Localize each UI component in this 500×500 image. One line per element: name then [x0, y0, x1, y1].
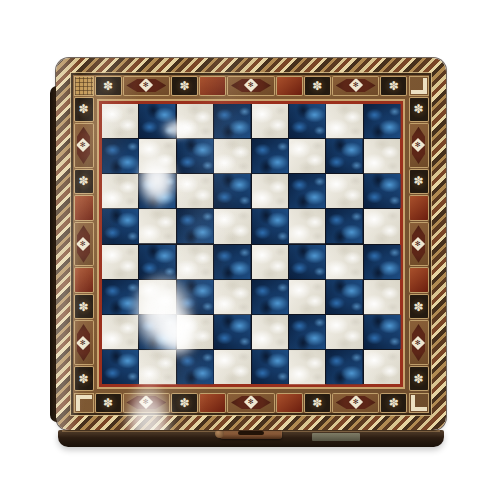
motif-rosette: ✽ [410, 170, 428, 194]
square-d5[interactable] [214, 209, 250, 243]
gem-icon: ✻ [411, 336, 425, 350]
diamond-eye-icon: ✻ [77, 324, 91, 361]
square-f2[interactable] [289, 315, 325, 349]
square-c6[interactable] [177, 174, 213, 208]
chess-board [102, 104, 400, 384]
motif-rosette: ✽ [410, 98, 428, 122]
square-f8[interactable] [289, 104, 325, 138]
motif-red [277, 77, 302, 95]
square-h7[interactable] [364, 139, 400, 173]
motif-diamond: ✻ [333, 394, 378, 412]
square-g7[interactable] [326, 139, 362, 173]
diamond-eye-icon: ✻ [336, 396, 376, 410]
motif-rosette: ✽ [410, 367, 428, 391]
square-g8[interactable] [326, 104, 362, 138]
diamond-eye-icon: ✻ [412, 324, 426, 361]
diamond-eye-icon: ✻ [412, 127, 426, 164]
square-e3[interactable] [252, 280, 288, 314]
board-red-frame [99, 101, 403, 387]
square-b5[interactable] [139, 209, 175, 243]
rosette-icon: ✽ [312, 397, 322, 409]
gem-icon: ✻ [244, 395, 258, 409]
square-f3[interactable] [289, 280, 325, 314]
motif-rosette: ✽ [305, 394, 330, 412]
gem-icon: ✻ [411, 138, 425, 152]
square-h2[interactable] [364, 315, 400, 349]
motif-diamond: ✻ [333, 77, 378, 95]
border-strip-left: ✽✻✽✻✽✻✽ [73, 96, 94, 392]
diamond-eye-icon: ✻ [231, 79, 271, 93]
square-d3[interactable] [214, 280, 250, 314]
motif-diamond: ✻ [228, 77, 273, 95]
square-a1[interactable] [102, 350, 138, 384]
square-f1[interactable] [289, 350, 325, 384]
square-f7[interactable] [289, 139, 325, 173]
corner-motif-bottom-left [75, 394, 93, 412]
square-a8[interactable] [102, 104, 138, 138]
square-b1[interactable] [139, 350, 175, 384]
gem-icon: ✻ [76, 138, 90, 152]
gem-icon: ✻ [76, 336, 90, 350]
square-c4[interactable] [177, 245, 213, 279]
product-photo: ✽✻✽✻✽✻✽ ✽✻✽✻✽✻✽ ✽✻✽✻✽✻✽ ✽✻✽✻✽✻✽ [0, 0, 500, 500]
gem-icon: ✻ [244, 78, 258, 92]
square-d1[interactable] [214, 350, 250, 384]
chess-box-top: ✽✻✽✻✽✻✽ ✽✻✽✻✽✻✽ ✽✻✽✻✽✻✽ ✽✻✽✻✽✻✽ [56, 58, 446, 430]
square-d4[interactable] [214, 245, 250, 279]
square-c7[interactable] [177, 139, 213, 173]
square-a5[interactable] [102, 209, 138, 243]
rosette-icon: ✽ [78, 373, 88, 385]
herringbone-border: ✽✻✽✻✽✻✽ ✽✻✽✻✽✻✽ ✽✻✽✻✽✻✽ ✽✻✽✻✽✻✽ [56, 58, 446, 430]
motif-rosette: ✽ [75, 170, 93, 194]
gem-rosette-icon: ✻ [416, 240, 422, 247]
diamond-eye-icon: ✻ [231, 396, 271, 410]
border-strip-right: ✽✻✽✻✽✻✽ [408, 96, 429, 392]
motif-red [200, 394, 225, 412]
motif-red [277, 394, 302, 412]
motif-red [75, 268, 93, 292]
square-c1[interactable] [177, 350, 213, 384]
rosette-icon: ✽ [78, 175, 88, 187]
gem-icon: ✻ [139, 78, 153, 92]
gem-rosette-icon: ✻ [353, 82, 359, 89]
gem-icon: ✻ [76, 237, 90, 251]
rosette-icon: ✽ [389, 397, 399, 409]
rosette-icon: ✽ [413, 175, 423, 187]
mosaic-border-band: ✽✻✽✻✽✻✽ ✽✻✽✻✽✻✽ ✽✻✽✻✽✻✽ ✽✻✽✻✽✻✽ [71, 73, 431, 415]
corner-motif-bottom-right [410, 394, 428, 412]
square-b8[interactable] [139, 104, 175, 138]
motif-diamond: ✻ [410, 124, 428, 166]
rosette-icon: ✽ [103, 397, 113, 409]
square-c2[interactable] [177, 315, 213, 349]
square-h3[interactable] [364, 280, 400, 314]
hinge-plate [312, 433, 360, 441]
square-e4[interactable] [252, 245, 288, 279]
rosette-icon: ✽ [103, 80, 113, 92]
square-f5[interactable] [289, 209, 325, 243]
square-g1[interactable] [326, 350, 362, 384]
square-a3[interactable] [102, 280, 138, 314]
motif-red [410, 268, 428, 292]
square-e5[interactable] [252, 209, 288, 243]
square-b7[interactable] [139, 139, 175, 173]
motif-rosette: ✽ [172, 394, 197, 412]
motif-rosette: ✽ [381, 77, 406, 95]
motif-rosette: ✽ [305, 77, 330, 95]
square-e1[interactable] [252, 350, 288, 384]
rosette-icon: ✽ [413, 373, 423, 385]
border-strip-bottom: ✽✻✽✻✽✻✽ [94, 392, 408, 413]
square-g2[interactable] [326, 315, 362, 349]
gem-rosette-icon: ✻ [81, 240, 87, 247]
square-g4[interactable] [326, 245, 362, 279]
rosette-icon: ✽ [413, 103, 423, 115]
motif-red [75, 196, 93, 220]
gem-rosette-icon: ✻ [81, 142, 87, 149]
gem-rosette-icon: ✻ [416, 142, 422, 149]
box-front-side [58, 430, 444, 447]
square-h5[interactable] [364, 209, 400, 243]
motif-rosette: ✽ [381, 394, 406, 412]
gem-rosette-icon: ✻ [248, 399, 254, 406]
gem-rosette-icon: ✻ [143, 82, 149, 89]
square-d2[interactable] [214, 315, 250, 349]
square-h6[interactable] [364, 174, 400, 208]
motif-diamond: ✻ [228, 394, 273, 412]
motif-rosette: ✽ [96, 394, 121, 412]
square-e8[interactable] [252, 104, 288, 138]
motif-red [200, 77, 225, 95]
motif-rosette: ✽ [75, 98, 93, 122]
rosette-icon: ✽ [78, 103, 88, 115]
motif-diamond: ✻ [75, 124, 93, 166]
square-c8[interactable] [177, 104, 213, 138]
gem-icon: ✻ [349, 395, 363, 409]
gem-icon: ✻ [139, 395, 153, 409]
square-h8[interactable] [364, 104, 400, 138]
motif-rosette: ✽ [75, 295, 93, 319]
square-b3[interactable] [139, 280, 175, 314]
motif-diamond: ✻ [75, 321, 93, 363]
gem-rosette-icon: ✻ [353, 399, 359, 406]
square-g3[interactable] [326, 280, 362, 314]
gem-rosette-icon: ✻ [81, 339, 87, 346]
rosette-icon: ✽ [389, 80, 399, 92]
rosette-icon: ✽ [180, 80, 190, 92]
square-h4[interactable] [364, 245, 400, 279]
gem-rosette-icon: ✻ [416, 339, 422, 346]
gem-rosette-icon: ✻ [143, 399, 149, 406]
square-b6[interactable] [139, 174, 175, 208]
diamond-eye-icon: ✻ [77, 225, 91, 262]
motif-diamond: ✻ [124, 394, 169, 412]
square-f6[interactable] [289, 174, 325, 208]
corner-l-icon [411, 395, 427, 411]
diamond-eye-icon: ✻ [126, 396, 166, 410]
rosette-icon: ✽ [413, 301, 423, 313]
diamond-eye-icon: ✻ [77, 127, 91, 164]
corner-l-icon [76, 395, 92, 411]
motif-diamond: ✻ [410, 223, 428, 265]
gem-icon: ✻ [411, 237, 425, 251]
square-h1[interactable] [364, 350, 400, 384]
square-d6[interactable] [214, 174, 250, 208]
diamond-eye-icon: ✻ [336, 79, 376, 93]
motif-rosette: ✽ [172, 77, 197, 95]
diamond-eye-icon: ✻ [126, 79, 166, 93]
square-a2[interactable] [102, 315, 138, 349]
corner-motif-top-right [410, 77, 428, 95]
square-c5[interactable] [177, 209, 213, 243]
border-strip-top: ✽✻✽✻✽✻✽ [94, 75, 408, 96]
gem-rosette-icon: ✻ [248, 82, 254, 89]
rosette-icon: ✽ [312, 80, 322, 92]
motif-rosette: ✽ [75, 367, 93, 391]
square-b4[interactable] [139, 245, 175, 279]
rosette-icon: ✽ [180, 397, 190, 409]
square-e6[interactable] [252, 174, 288, 208]
square-c3[interactable] [177, 280, 213, 314]
square-e2[interactable] [252, 315, 288, 349]
square-a6[interactable] [102, 174, 138, 208]
motif-diamond: ✻ [410, 321, 428, 363]
motif-diamond: ✻ [75, 223, 93, 265]
motif-red [410, 196, 428, 220]
corner-l-icon [411, 78, 427, 94]
square-b2[interactable] [139, 315, 175, 349]
square-g6[interactable] [326, 174, 362, 208]
rosette-icon: ✽ [78, 301, 88, 313]
corner-motif-top-left [75, 77, 93, 95]
motif-rosette: ✽ [96, 77, 121, 95]
square-d7[interactable] [214, 139, 250, 173]
square-g5[interactable] [326, 209, 362, 243]
square-a7[interactable] [102, 139, 138, 173]
motif-diamond: ✻ [124, 77, 169, 95]
diamond-eye-icon: ✻ [412, 225, 426, 262]
gem-icon: ✻ [349, 78, 363, 92]
motif-rosette: ✽ [410, 295, 428, 319]
square-d8[interactable] [214, 104, 250, 138]
square-a4[interactable] [102, 245, 138, 279]
square-e7[interactable] [252, 139, 288, 173]
square-f4[interactable] [289, 245, 325, 279]
